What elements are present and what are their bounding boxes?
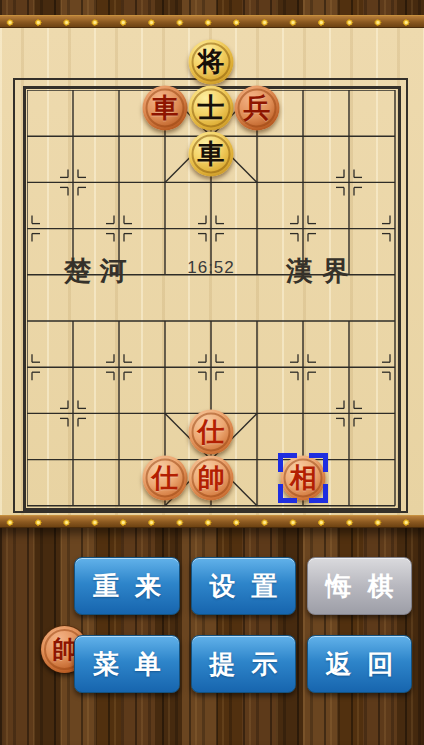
piece-glyph: 相: [290, 464, 317, 491]
piece-red-elephant[interactable]: 相: [281, 455, 326, 500]
piece-red-chariot[interactable]: 車: [143, 86, 188, 131]
piece-glyph: 兵: [244, 95, 271, 122]
piece-red-soldier[interactable]: 兵: [235, 86, 280, 131]
restart-button[interactable]: 重来: [74, 557, 180, 615]
xiangqi-app: 楚河 16:52 漢界 将車士兵車仕仕帥相 帥 重来 设置 悔棋 菜单 提示 返…: [0, 0, 424, 745]
undo-button: 悔棋: [307, 557, 412, 615]
piece-black-advisor[interactable]: 士: [189, 86, 234, 131]
piece-glyph: 士: [198, 95, 225, 122]
piece-glyph: 将: [198, 49, 225, 76]
menu-button[interactable]: 菜单: [74, 635, 180, 693]
piece-red-advisor-2[interactable]: 仕: [143, 455, 188, 500]
piece-glyph: 仕: [152, 464, 179, 491]
river-label-chu: 楚河: [64, 253, 136, 289]
back-button[interactable]: 返回: [307, 635, 412, 693]
hint-button[interactable]: 提示: [191, 635, 296, 693]
top-wood-strip: [0, 0, 424, 15]
piece-glyph: 車: [198, 141, 225, 168]
river-label-han: 漢界: [286, 253, 358, 289]
settings-button[interactable]: 设置: [191, 557, 296, 615]
piece-glyph: 仕: [198, 418, 225, 445]
piece-glyph: 帥: [198, 464, 225, 491]
top-stud-band: [0, 15, 424, 28]
game-timer: 16:52: [187, 258, 235, 278]
piece-red-advisor-1[interactable]: 仕: [189, 409, 234, 454]
piece-black-chariot[interactable]: 車: [189, 132, 234, 177]
bottom-stud-band: [0, 515, 424, 528]
piece-red-general[interactable]: 帥: [189, 455, 234, 500]
piece-glyph: 車: [152, 95, 179, 122]
piece-black-general[interactable]: 将: [189, 40, 234, 85]
